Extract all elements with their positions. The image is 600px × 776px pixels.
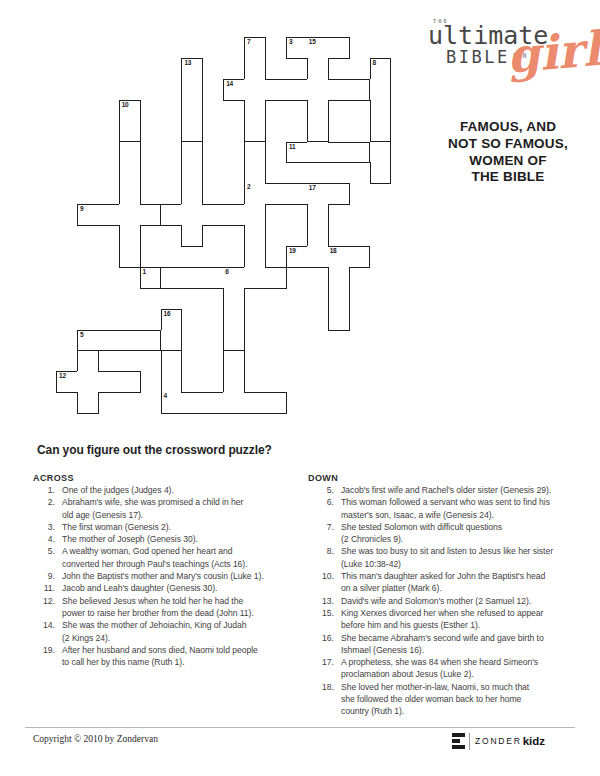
grid-cell-r5c12[interactable] [307,142,329,164]
grid-cell-r17c7[interactable] [202,392,224,414]
grid-cell-r10c3[interactable] [119,246,141,268]
clue-item-text: A wealthy woman, God opened her heart an… [62,545,248,570]
clue-number: 7 [247,39,250,46]
worksheet-title-line: WOMEN OF [436,153,580,170]
grid-cell-r2c11[interactable] [286,79,308,101]
grid-cell-r5c13[interactable] [328,142,350,164]
clue-item-text: Jacob's first wife and Rachel's older si… [341,484,551,496]
clue-item: 16.She became Abraham's second wife and … [308,632,598,657]
grid-cell-r1c9[interactable] [244,58,266,80]
zonderkidz-icon [452,733,465,750]
grid-cell-r12c13[interactable] [328,288,350,310]
grid-cell-r9c3[interactable] [119,225,141,247]
clue-number: 16 [164,311,171,318]
clue-item-text: She was too busy to sit and listen to Je… [341,545,553,570]
clue-item-number: 5. [33,545,62,570]
grid-cell-r1c15[interactable]: 8 [370,58,392,80]
worksheet-title: FAMOUS, AND NOT SO FAMOUS, WOMEN OF THE … [436,119,580,186]
grid-cell-r7c3[interactable] [119,183,141,205]
grid-cell-r7c12[interactable]: 17 [307,183,329,205]
across-clue-list: 1.One of the judges (Judges 4).2.Abraham… [33,484,283,668]
clue-item-text: She tested Solomon with difficult questi… [341,521,502,546]
zonderkidz-wordmark-suffix: kidz [523,735,545,747]
grid-cell-r2c8[interactable]: 14 [223,79,245,101]
clue-number: 6 [225,269,228,276]
grid-cell-r1c6[interactable]: 13 [181,58,203,80]
grid-cell-r10c13[interactable]: 18 [328,246,350,268]
grid-cell-r4c6[interactable] [181,121,203,143]
clue-number: 14 [226,81,233,88]
grid-cell-r4c15[interactable] [370,121,392,143]
clue-item: 13.David's wife and Solomon's mother (2 … [308,595,598,607]
clue-item: 14.She was the mother of Jehoiachin, Kin… [33,619,283,644]
grid-cell-r15c8[interactable] [223,351,245,373]
clue-item-number: 1. [33,484,62,496]
grid-cell-r16c2[interactable] [98,371,120,393]
grid-cell-r11c4[interactable]: 1 [140,267,162,289]
grid-cell-r14c3[interactable] [119,330,141,352]
clue-item: 10.This man's daughter asked for John th… [308,570,598,595]
grid-cell-r5c9[interactable] [244,142,266,164]
grid-cell-r14c4[interactable] [140,330,162,352]
grid-cell-r17c5[interactable]: 4 [161,392,183,414]
clue-item-text: The first woman (Genesis 2). [62,521,171,533]
grid-cell-r3c15[interactable] [370,100,392,122]
clue-item-text: King Xerxes divorced her when she refuse… [341,607,543,632]
clue-item-number: 2. [33,496,62,521]
clue-number: 19 [289,248,296,255]
clue-number: 1 [143,269,146,276]
clue-number: 13 [184,60,191,67]
grid-cell-r16c8[interactable] [223,371,245,393]
grid-cell-r16c3[interactable] [119,371,141,393]
clue-item-text: She loved her mother-in-law, Naomi, so m… [341,681,529,718]
grid-cell-r13c5[interactable]: 16 [161,309,183,331]
grid-cell-r2c15[interactable] [370,79,392,101]
clue-item-number: 9. [33,570,62,582]
grid-cell-r14c2[interactable] [98,330,120,352]
clue-item: 19.After her husband and sons died, Naom… [33,644,283,669]
clue-item-number: 10. [308,570,341,595]
clue-item: 1.One of the judges (Judges 4). [33,484,283,496]
grid-cell-r14c1[interactable]: 5 [77,330,99,352]
clue-item: 15.King Xerxes divorced her when she ref… [308,607,598,632]
grid-cell-r13c13[interactable] [328,309,350,331]
grid-cell-r17c6[interactable] [181,392,203,414]
zonderkidz-logo: ZONDER kidz [452,731,545,751]
clue-item: 4.The mother of Joseph (Genesis 30). [33,533,283,545]
grid-cell-r14c5[interactable] [161,330,183,352]
clue-item-number: 17. [308,656,341,681]
footer-divider [25,727,575,728]
clue-item-text: She became Abraham's second wife and gav… [341,632,544,657]
clue-item-text: David's wife and Solomon's mother (2 Sam… [341,595,531,607]
clue-item: 18.She loved her mother-in-law, Naomi, s… [308,681,598,718]
clue-item: 2.Abraham's wife, she was promised a chi… [33,496,283,521]
clue-item-number: 7. [308,521,341,546]
clue-item-number: 18. [308,681,341,718]
clue-item: 3.The first woman (Genesis 2). [33,521,283,533]
grid-cell-r17c8[interactable] [223,392,245,414]
grid-cell-r4c9[interactable] [244,121,266,143]
grid-cell-r8c5[interactable] [161,204,183,226]
grid-cell-r6c9[interactable] [244,162,266,184]
clue-item-text: She believed Jesus when he told her he h… [62,595,254,620]
clue-item-text: After her husband and sons died, Naomi t… [62,644,258,669]
clue-item: 5.A wealthy woman, God opened her heart … [33,545,283,570]
clue-item-text: The mother of Joseph (Genesis 30). [62,533,198,545]
clue-item: 6.This woman followed a servant who was … [308,496,598,521]
grid-cell-r13c8[interactable] [223,309,245,331]
clue-item-number: 15. [308,607,341,632]
clue-item-number: 12. [33,595,62,620]
clue-item: 17.A prophetess, she was 84 when she hea… [308,656,598,681]
clue-number: 10 [122,102,129,109]
grid-cell-r11c8[interactable]: 6 [223,267,245,289]
clue-number: 2 [247,184,250,191]
logo-girls-script: girls [505,23,600,80]
grid-cell-r7c10[interactable] [265,183,287,205]
grid-cell-r10c9[interactable] [244,246,266,268]
grid-cell-r11c10[interactable] [265,267,287,289]
grid-cell-r16c0[interactable]: 12 [56,371,78,393]
grid-cell-r8c7[interactable] [202,204,224,226]
clue-number: 5 [80,332,83,339]
grid-cell-r7c9[interactable]: 2 [244,183,266,205]
clue-number: 18 [330,248,337,255]
grid-cell-r2c14[interactable] [349,79,371,101]
grid-cell-r8c8[interactable] [223,204,245,226]
logo-bible-label: BIBLE [446,49,510,66]
grid-cell-r2c9[interactable] [244,79,266,101]
clue-item-text: One of the judges (Judges 4). [62,484,174,496]
grid-cell-r16c1[interactable] [77,371,99,393]
clue-item: 12.She believed Jesus when he told her h… [33,595,283,620]
grid-cell-r11c5[interactable] [161,267,183,289]
clue-item-text: Abraham's wife, she was promised a child… [62,496,243,521]
clue-item-text: A prophetess, she was 84 when she heard … [341,656,538,681]
clue-item-text: John the Baptist's mother and Mary's cou… [62,570,264,582]
grid-cell-r0c9[interactable]: 7 [244,37,266,59]
grid-cell-r16c5[interactable] [161,371,183,393]
grid-cell-r5c15[interactable] [370,142,392,164]
clue-number: 3 [289,39,292,46]
grid-cell-r11c7[interactable] [202,267,224,289]
clue-item-number: 4. [33,533,62,545]
clue-number: 9 [80,206,83,213]
grid-cell-r15c5[interactable] [161,351,183,373]
copyright-text: Copyright © 2010 by Zondervan [33,734,158,744]
grid-cell-r5c14[interactable] [349,142,371,164]
clue-item-text: This man's daughter asked for John the B… [341,570,545,595]
grid-cell-r15c1[interactable] [77,351,99,373]
grid-cell-r10c12[interactable] [307,246,329,268]
grid-cell-r2c10[interactable] [265,79,287,101]
grid-cell-r10c14[interactable] [349,246,371,268]
grid-cell-r8c4[interactable] [140,204,162,226]
grid-cell-r8c9[interactable] [244,204,266,226]
zonderkidz-logo-divider [469,733,470,750]
clue-item-number: 6. [308,496,341,521]
grid-cell-r10c11[interactable]: 19 [286,246,308,268]
clue-item: 5.Jacob's first wife and Rachel's older … [308,484,598,496]
grid-cell-r5c3[interactable] [119,142,141,164]
across-header: ACROSS [33,473,74,483]
grid-cell-r4c3[interactable] [119,121,141,143]
grid-cell-r0c12[interactable]: 15 [307,37,329,59]
clue-item-number: 16. [308,632,341,657]
grid-cell-r7c13[interactable] [328,183,350,205]
grid-cell-r0c13[interactable] [328,37,350,59]
clue-item: 8.She was too busy to sit and listen to … [308,545,598,570]
grid-cell-r3c12[interactable] [307,100,329,122]
crossword-worksheet-page: THE ultimate BIBLE FOR girls FAMOUS, AND… [0,0,600,776]
grid-cell-r6c6[interactable] [181,162,203,184]
grid-cell-r9c9[interactable] [244,225,266,247]
clue-number: 4 [164,393,167,400]
down-clue-list: 5.Jacob's first wife and Rachel's older … [308,484,598,718]
clue-item: 9.John the Baptist's mother and Mary's c… [33,570,283,582]
worksheet-title-line: NOT SO FAMOUS, [436,136,580,153]
clue-item-number: 11. [33,582,62,594]
grid-cell-r2c6[interactable] [181,79,203,101]
grid-cell-r11c13[interactable] [328,267,350,289]
clue-number: 12 [59,373,66,380]
grid-cell-r17c10[interactable] [265,392,287,414]
grid-cell-r17c9[interactable] [244,392,266,414]
clue-item-number: 19. [33,644,62,669]
clue-item-number: 8. [308,545,341,570]
clue-item-text: This woman followed a servant who was se… [341,496,550,521]
grid-cell-r8c3[interactable] [119,204,141,226]
grid-cell-r6c15[interactable] [370,162,392,184]
worksheet-title-line: THE BIBLE [436,169,580,186]
clue-item-number: 3. [33,521,62,533]
clue-item: 11.Jacob and Leah's daughter (Genesis 30… [33,582,283,594]
grid-cell-r3c6[interactable] [181,100,203,122]
grid-cell-r8c12[interactable] [307,204,329,226]
clue-item-number: 13. [308,595,341,607]
grid-cell-r2c12[interactable] [307,79,329,101]
grid-cell-r3c3[interactable]: 10 [119,100,141,122]
grid-cell-r1c12[interactable] [307,58,329,80]
grid-cell-r7c11[interactable] [286,183,308,205]
clue-item-text: She was the mother of Jehoiachin, King o… [62,619,246,644]
grid-cell-r11c9[interactable] [244,267,266,289]
worksheet-title-line: FAMOUS, AND [436,119,580,136]
grid-cell-r9c12[interactable] [307,225,329,247]
clue-number: 17 [309,185,316,192]
grid-cell-r7c6[interactable] [181,183,203,205]
clue-number: 8 [373,60,376,67]
grid-cell-r3c9[interactable] [244,100,266,122]
grid-cell-r8c1[interactable]: 9 [77,204,99,226]
grid-cell-r9c6[interactable] [181,225,203,247]
grid-cell-r12c8[interactable] [223,288,245,310]
grid-cell-r14c8[interactable] [223,330,245,352]
clue-item-number: 14. [33,619,62,644]
puzzle-question-heading: Can you figure out the crossword puzzle? [37,443,272,457]
grid-cell-r5c6[interactable] [181,142,203,164]
grid-cell-r11c6[interactable] [181,267,203,289]
clue-number: 15 [309,39,316,46]
clue-number: 11 [289,144,295,151]
clue-item-text: Jacob and Leah's daughter (Genesis 30). [62,582,217,594]
grid-cell-r0c11[interactable]: 3 [286,37,308,59]
crossword-grid: 73151381410112179191816165124 [56,37,392,415]
grid-cell-r6c3[interactable] [119,162,141,184]
grid-cell-r4c12[interactable] [307,121,329,143]
grid-cell-r8c2[interactable] [98,204,120,226]
grid-cell-r8c6[interactable] [181,204,203,226]
grid-cell-r5c11[interactable]: 11 [286,142,308,164]
down-header: DOWN [308,473,338,483]
clue-item: 7.She tested Solomon with difficult ques… [308,521,598,546]
grid-cell-r2c13[interactable] [328,79,350,101]
grid-cell-r17c1[interactable] [77,392,99,414]
zonderkidz-wordmark-prefix: ZONDER [475,736,522,746]
clue-item-number: 5. [308,484,341,496]
